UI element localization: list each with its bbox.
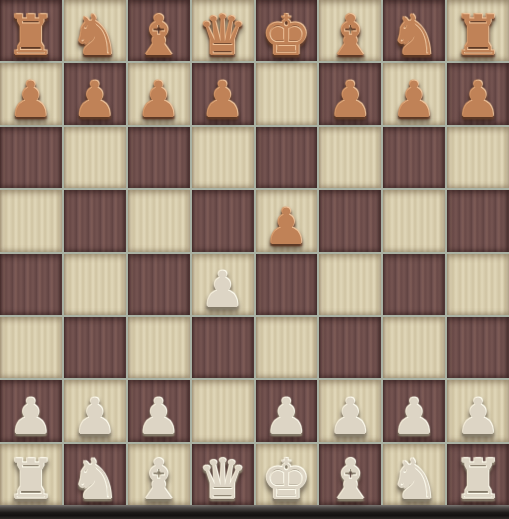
square-a7[interactable]: ♟ xyxy=(0,63,62,124)
white-pawn-e2[interactable]: ♟ xyxy=(256,387,318,447)
white-king-e1[interactable]: ♚ xyxy=(256,450,318,510)
square-h4[interactable] xyxy=(447,254,509,315)
square-f6[interactable] xyxy=(319,127,381,188)
square-f3[interactable] xyxy=(319,317,381,378)
white-rook-h1[interactable]: ♜ xyxy=(447,450,509,510)
square-b4[interactable] xyxy=(64,254,126,315)
black-bishop-f8[interactable]: ♝ xyxy=(319,6,381,66)
black-king-e8[interactable]: ♚ xyxy=(256,6,318,66)
white-queen-d1[interactable]: ♛ xyxy=(192,450,254,510)
black-rook-h8[interactable]: ♜ xyxy=(447,6,509,66)
square-e5[interactable]: ♟ xyxy=(256,190,318,251)
square-h8[interactable]: ♜ xyxy=(447,0,509,61)
square-d1[interactable]: ♛ xyxy=(192,444,254,505)
square-b7[interactable]: ♟ xyxy=(64,63,126,124)
black-pawn-a7[interactable]: ♟ xyxy=(0,70,62,130)
white-bishop-c1[interactable]: ♝ xyxy=(128,450,190,510)
square-d7[interactable]: ♟ xyxy=(192,63,254,124)
black-rook-a8[interactable]: ♜ xyxy=(0,6,62,66)
square-a5[interactable] xyxy=(0,190,62,251)
white-pawn-a2[interactable]: ♟ xyxy=(0,387,62,447)
square-c8[interactable]: ♝ xyxy=(128,0,190,61)
square-f2[interactable]: ♟ xyxy=(319,380,381,441)
square-b5[interactable] xyxy=(64,190,126,251)
white-pawn-f2[interactable]: ♟ xyxy=(319,387,381,447)
square-b3[interactable] xyxy=(64,317,126,378)
square-b1[interactable]: ♞ xyxy=(64,444,126,505)
square-g6[interactable] xyxy=(383,127,445,188)
black-pawn-c7[interactable]: ♟ xyxy=(128,70,190,130)
square-g2[interactable]: ♟ xyxy=(383,380,445,441)
black-queen-d8[interactable]: ♛ xyxy=(192,6,254,66)
black-pawn-d7[interactable]: ♟ xyxy=(192,70,254,130)
square-e1[interactable]: ♚ xyxy=(256,444,318,505)
white-knight-g1[interactable]: ♞ xyxy=(383,450,445,510)
square-e3[interactable] xyxy=(256,317,318,378)
square-d2[interactable] xyxy=(192,380,254,441)
square-g4[interactable] xyxy=(383,254,445,315)
square-d3[interactable] xyxy=(192,317,254,378)
white-rook-a1[interactable]: ♜ xyxy=(0,450,62,510)
square-g7[interactable]: ♟ xyxy=(383,63,445,124)
square-d5[interactable] xyxy=(192,190,254,251)
square-d6[interactable] xyxy=(192,127,254,188)
white-bishop-f1[interactable]: ♝ xyxy=(319,450,381,510)
square-h3[interactable] xyxy=(447,317,509,378)
square-e2[interactable]: ♟ xyxy=(256,380,318,441)
square-a8[interactable]: ♜ xyxy=(0,0,62,61)
white-knight-b1[interactable]: ♞ xyxy=(64,450,126,510)
black-pawn-g7[interactable]: ♟ xyxy=(383,70,445,130)
chess-board: ♜♞♝♛♚♝♞♜♟♟♟♟♟♟♟♟♟♟♟♟♟♟♟♟♜♞♝♛♚♝♞♜ xyxy=(0,0,509,505)
square-f4[interactable] xyxy=(319,254,381,315)
square-b8[interactable]: ♞ xyxy=(64,0,126,61)
square-g3[interactable] xyxy=(383,317,445,378)
square-c4[interactable] xyxy=(128,254,190,315)
square-c1[interactable]: ♝ xyxy=(128,444,190,505)
square-h7[interactable]: ♟ xyxy=(447,63,509,124)
square-a4[interactable] xyxy=(0,254,62,315)
square-b2[interactable]: ♟ xyxy=(64,380,126,441)
square-f5[interactable] xyxy=(319,190,381,251)
square-a6[interactable] xyxy=(0,127,62,188)
white-pawn-h2[interactable]: ♟ xyxy=(447,387,509,447)
square-d4[interactable]: ♟ xyxy=(192,254,254,315)
black-pawn-f7[interactable]: ♟ xyxy=(319,70,381,130)
square-a2[interactable]: ♟ xyxy=(0,380,62,441)
square-g1[interactable]: ♞ xyxy=(383,444,445,505)
square-c5[interactable] xyxy=(128,190,190,251)
square-d8[interactable]: ♛ xyxy=(192,0,254,61)
square-c7[interactable]: ♟ xyxy=(128,63,190,124)
square-e8[interactable]: ♚ xyxy=(256,0,318,61)
square-c2[interactable]: ♟ xyxy=(128,380,190,441)
square-g8[interactable]: ♞ xyxy=(383,0,445,61)
square-f8[interactable]: ♝ xyxy=(319,0,381,61)
square-c6[interactable] xyxy=(128,127,190,188)
black-pawn-h7[interactable]: ♟ xyxy=(447,70,509,130)
square-g5[interactable] xyxy=(383,190,445,251)
white-pawn-b2[interactable]: ♟ xyxy=(64,387,126,447)
square-e7[interactable] xyxy=(256,63,318,124)
black-knight-b8[interactable]: ♞ xyxy=(64,6,126,66)
white-pawn-d4[interactable]: ♟ xyxy=(192,260,254,320)
square-h6[interactable] xyxy=(447,127,509,188)
square-f1[interactable]: ♝ xyxy=(319,444,381,505)
black-bishop-c8[interactable]: ♝ xyxy=(128,6,190,66)
black-pawn-b7[interactable]: ♟ xyxy=(64,70,126,130)
square-h1[interactable]: ♜ xyxy=(447,444,509,505)
square-h2[interactable]: ♟ xyxy=(447,380,509,441)
square-c3[interactable] xyxy=(128,317,190,378)
square-e4[interactable] xyxy=(256,254,318,315)
white-pawn-c2[interactable]: ♟ xyxy=(128,387,190,447)
square-a1[interactable]: ♜ xyxy=(0,444,62,505)
black-knight-g8[interactable]: ♞ xyxy=(383,6,445,66)
square-b6[interactable] xyxy=(64,127,126,188)
square-a3[interactable] xyxy=(0,317,62,378)
square-e6[interactable] xyxy=(256,127,318,188)
white-pawn-g2[interactable]: ♟ xyxy=(383,387,445,447)
square-f7[interactable]: ♟ xyxy=(319,63,381,124)
black-pawn-e5[interactable]: ♟ xyxy=(256,197,318,257)
chess-app: ♜♞♝♛♚♝♞♜♟♟♟♟♟♟♟♟♟♟♟♟♟♟♟♟♜♞♝♛♚♝♞♜ xyxy=(0,0,509,519)
square-h5[interactable] xyxy=(447,190,509,251)
